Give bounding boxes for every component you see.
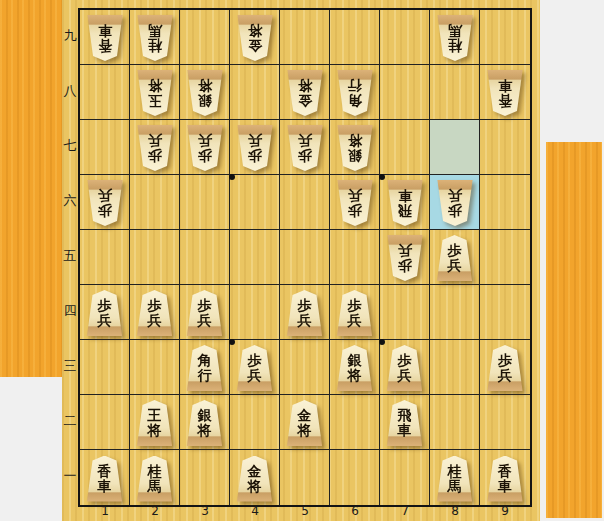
piece-kanji: 香	[498, 464, 512, 479]
piece-face: 桂馬	[135, 456, 175, 502]
piece-kanji: 歩	[298, 148, 312, 163]
board-square[interactable]: 金将	[280, 395, 330, 450]
piece-face: 歩兵	[285, 290, 325, 336]
board-square[interactable]	[480, 285, 530, 340]
piece-kanji: 歩	[148, 298, 162, 313]
piece-kanji: 兵	[148, 313, 162, 328]
piece-knight[interactable]: 桂馬	[435, 15, 475, 61]
board-square[interactable]	[380, 120, 430, 175]
board-square[interactable]	[380, 65, 430, 120]
piece-kanji: 桂	[448, 38, 462, 53]
piece-kanji: 将	[248, 23, 262, 38]
piece-kanji: 兵	[98, 188, 112, 203]
piece-pawn[interactable]: 歩兵	[385, 345, 425, 391]
piece-face: 銀将	[335, 345, 375, 391]
piece-face: 金将	[285, 70, 325, 116]
board-square[interactable]	[330, 10, 380, 65]
board-square[interactable]	[230, 175, 280, 230]
board-square[interactable]: 金将	[230, 450, 280, 505]
board-square[interactable]: 歩兵	[430, 230, 480, 285]
piece-gold[interactable]: 金将	[285, 70, 325, 116]
piece-gold[interactable]: 金将	[235, 456, 275, 502]
piece-kanji: 歩	[248, 148, 262, 163]
piece-face: 歩兵	[385, 345, 425, 391]
file-label: 7	[380, 504, 430, 520]
piece-pawn[interactable]: 歩兵	[185, 290, 225, 336]
piece-face: 玉将	[135, 70, 175, 116]
hoshi-dot	[229, 339, 235, 345]
piece-kanji: 将	[148, 423, 162, 438]
piece-kanji: 歩	[298, 298, 312, 313]
piece-face: 桂馬	[435, 15, 475, 61]
board-square[interactable]	[380, 450, 430, 505]
board-square[interactable]	[180, 230, 230, 285]
piece-face: 桂馬	[435, 456, 475, 502]
board-square[interactable]: 飛車	[380, 175, 430, 230]
piece-kanji: 将	[198, 78, 212, 93]
board-square[interactable]: 角行	[330, 65, 380, 120]
left-wood-panel	[0, 0, 62, 377]
board-square[interactable]: 歩兵	[230, 340, 280, 395]
piece-face: 歩兵	[285, 125, 325, 171]
piece-kanji: 兵	[298, 133, 312, 148]
shogi-app-screen: 九八七六五四三二一 香車桂馬金将桂馬玉将銀将金将角行香車歩兵歩兵歩兵歩兵銀将歩兵…	[0, 0, 604, 521]
piece-kanji: 車	[98, 479, 112, 494]
piece-face: 銀将	[185, 400, 225, 446]
board-square[interactable]	[180, 175, 230, 230]
board-square[interactable]	[80, 395, 130, 450]
piece-kanji: 馬	[148, 23, 162, 38]
piece-pawn[interactable]: 歩兵	[135, 290, 175, 336]
piece-face: 歩兵	[135, 290, 175, 336]
piece-kanji: 行	[198, 368, 212, 383]
board-square[interactable]: 歩兵	[130, 120, 180, 175]
piece-pawn[interactable]: 歩兵	[235, 125, 275, 171]
board-square[interactable]	[80, 230, 130, 285]
piece-face: 飛車	[385, 180, 425, 226]
file-label: 8	[430, 504, 480, 520]
piece-silver[interactable]: 銀将	[335, 125, 375, 171]
board-square[interactable]: 歩兵	[80, 175, 130, 230]
board-square[interactable]: 王将	[130, 395, 180, 450]
piece-kanji: 歩	[248, 353, 262, 368]
shogi-board: 九八七六五四三二一 香車桂馬金将桂馬玉将銀将金将角行香車歩兵歩兵歩兵歩兵銀将歩兵…	[62, 0, 540, 521]
piece-kanji: 歩	[98, 298, 112, 313]
piece-pawn[interactable]: 歩兵	[335, 180, 375, 226]
board-square[interactable]	[330, 395, 380, 450]
hoshi-dot	[229, 174, 235, 180]
board-square[interactable]	[280, 450, 330, 505]
right-wood-panel	[546, 142, 602, 518]
piece-kanji: 馬	[448, 479, 462, 494]
piece-kanji: 飛	[398, 408, 412, 423]
piece-face: 歩兵	[385, 235, 425, 281]
piece-lance[interactable]: 香車	[85, 456, 125, 502]
hoshi-dot	[379, 339, 385, 345]
piece-kanji: 兵	[198, 313, 212, 328]
piece-face: 歩兵	[335, 290, 375, 336]
board-square[interactable]	[280, 10, 330, 65]
piece-rook[interactable]: 飛車	[385, 400, 425, 446]
board-square[interactable]: 歩兵	[180, 285, 230, 340]
board-square[interactable]: 歩兵	[330, 285, 380, 340]
piece-kanji: 銀	[348, 353, 362, 368]
piece-pawn[interactable]: 歩兵	[85, 290, 125, 336]
board-square[interactable]	[430, 120, 480, 175]
board-square[interactable]	[280, 175, 330, 230]
file-label: 4	[230, 504, 280, 520]
piece-kanji: 兵	[398, 368, 412, 383]
piece-knight[interactable]: 桂馬	[135, 456, 175, 502]
file-label: 5	[280, 504, 330, 520]
piece-kanji: 角	[198, 353, 212, 368]
piece-kanji: 王	[148, 408, 162, 423]
piece-pawn[interactable]: 歩兵	[435, 180, 475, 226]
board-square[interactable]: 香車	[480, 450, 530, 505]
piece-kanji: 馬	[148, 479, 162, 494]
piece-face: 歩兵	[85, 290, 125, 336]
piece-face: 金将	[285, 400, 325, 446]
board-square[interactable]: 歩兵	[430, 175, 480, 230]
piece-king[interactable]: 王将	[135, 400, 175, 446]
piece-face: 銀将	[335, 125, 375, 171]
piece-kanji: 将	[348, 368, 362, 383]
piece-kanji: 金	[298, 93, 312, 108]
piece-kanji: 馬	[448, 23, 462, 38]
file-labels: 123456789	[80, 504, 530, 520]
piece-kanji: 将	[248, 479, 262, 494]
piece-kanji: 将	[298, 423, 312, 438]
board-square[interactable]: 銀将	[180, 65, 230, 120]
board-square[interactable]: 歩兵	[480, 340, 530, 395]
board-square[interactable]	[380, 10, 430, 65]
rank-label: 五	[62, 228, 78, 283]
board-square[interactable]: 玉将	[130, 65, 180, 120]
piece-lance[interactable]: 香車	[85, 15, 125, 61]
piece-face: 歩兵	[185, 290, 225, 336]
rank-label: 四	[62, 283, 78, 338]
piece-pawn[interactable]: 歩兵	[485, 345, 525, 391]
board-square[interactable]	[480, 120, 530, 175]
piece-knight[interactable]: 桂馬	[435, 456, 475, 502]
piece-kanji: 兵	[348, 313, 362, 328]
board-square[interactable]	[180, 10, 230, 65]
board-square[interactable]	[230, 230, 280, 285]
piece-kanji: 香	[498, 93, 512, 108]
board-square[interactable]	[430, 395, 480, 450]
board-square[interactable]: 歩兵	[130, 285, 180, 340]
file-label: 1	[80, 504, 130, 520]
board-grid: 香車桂馬金将桂馬玉将銀将金将角行香車歩兵歩兵歩兵歩兵銀将歩兵歩兵飛車歩兵歩兵歩兵…	[78, 8, 532, 507]
board-square[interactable]	[230, 395, 280, 450]
piece-face: 香車	[85, 456, 125, 502]
piece-kanji: 兵	[498, 368, 512, 383]
file-label: 3	[180, 504, 230, 520]
board-square[interactable]	[230, 65, 280, 120]
rank-label: 六	[62, 173, 78, 228]
board-square[interactable]: 歩兵	[380, 230, 430, 285]
board-square[interactable]: 歩兵	[80, 285, 130, 340]
board-square[interactable]: 歩兵	[280, 285, 330, 340]
board-square[interactable]: 歩兵	[230, 120, 280, 175]
piece-kanji: 金	[298, 408, 312, 423]
piece-kanji: 銀	[198, 93, 212, 108]
piece-face: 歩兵	[235, 345, 275, 391]
piece-kanji: 将	[148, 78, 162, 93]
piece-kanji: 香	[98, 38, 112, 53]
file-label: 2	[130, 504, 180, 520]
rank-label: 一	[62, 448, 78, 503]
board-square[interactable]: 金将	[230, 10, 280, 65]
piece-pawn[interactable]: 歩兵	[185, 125, 225, 171]
piece-kanji: 兵	[248, 368, 262, 383]
rank-labels: 九八七六五四三二一	[62, 8, 78, 503]
board-square[interactable]	[130, 175, 180, 230]
piece-face: 歩兵	[85, 180, 125, 226]
board-square[interactable]: 飛車	[380, 395, 430, 450]
rank-label: 三	[62, 338, 78, 393]
piece-kanji: 桂	[148, 38, 162, 53]
piece-face: 香車	[485, 456, 525, 502]
board-square[interactable]	[180, 450, 230, 505]
piece-kanji: 歩	[398, 258, 412, 273]
board-square[interactable]: 桂馬	[130, 10, 180, 65]
piece-pawn[interactable]: 歩兵	[385, 235, 425, 281]
board-square[interactable]	[330, 450, 380, 505]
piece-bishop[interactable]: 角行	[335, 70, 375, 116]
board-square[interactable]	[380, 285, 430, 340]
board-square[interactable]	[480, 175, 530, 230]
board-square[interactable]: 金将	[280, 65, 330, 120]
piece-pawn[interactable]: 歩兵	[335, 290, 375, 336]
piece-pawn[interactable]: 歩兵	[435, 235, 475, 281]
board-square[interactable]	[430, 285, 480, 340]
piece-face: 金将	[235, 456, 275, 502]
piece-kanji: 金	[248, 38, 262, 53]
piece-kanji: 将	[198, 423, 212, 438]
piece-face: 角行	[335, 70, 375, 116]
piece-kanji: 歩	[98, 203, 112, 218]
piece-kanji: 玉	[148, 93, 162, 108]
piece-face: 香車	[485, 70, 525, 116]
piece-pawn[interactable]: 歩兵	[85, 180, 125, 226]
piece-gold[interactable]: 金将	[285, 400, 325, 446]
board-square[interactable]: 香車	[480, 65, 530, 120]
board-square[interactable]	[230, 285, 280, 340]
board-square[interactable]: 香車	[80, 450, 130, 505]
board-square[interactable]	[80, 120, 130, 175]
piece-face: 飛車	[385, 400, 425, 446]
piece-kanji: 兵	[448, 188, 462, 203]
piece-rook[interactable]: 飛車	[385, 180, 425, 226]
piece-kanji: 兵	[98, 313, 112, 328]
piece-kanji: 歩	[348, 298, 362, 313]
board-square[interactable]	[430, 340, 480, 395]
piece-face: 歩兵	[435, 235, 475, 281]
board-square[interactable]	[280, 340, 330, 395]
board-square[interactable]	[430, 65, 480, 120]
rank-label: 二	[62, 393, 78, 448]
piece-lance[interactable]: 香車	[485, 70, 525, 116]
piece-pawn[interactable]: 歩兵	[285, 290, 325, 336]
rank-label: 七	[62, 118, 78, 173]
board-square[interactable]	[130, 230, 180, 285]
rank-label: 九	[62, 8, 78, 63]
board-square[interactable]: 銀将	[330, 340, 380, 395]
board-square[interactable]: 桂馬	[430, 450, 480, 505]
piece-pawn[interactable]: 歩兵	[285, 125, 325, 171]
piece-king[interactable]: 玉将	[135, 70, 175, 116]
piece-kanji: 将	[348, 133, 362, 148]
piece-kanji: 兵	[298, 313, 312, 328]
piece-face: 香車	[85, 15, 125, 61]
piece-kanji: 歩	[498, 353, 512, 368]
piece-kanji: 車	[498, 479, 512, 494]
board-square[interactable]	[280, 230, 330, 285]
file-label: 9	[480, 504, 530, 520]
piece-kanji: 車	[98, 23, 112, 38]
piece-kanji: 桂	[448, 464, 462, 479]
piece-kanji: 兵	[398, 243, 412, 258]
piece-face: 歩兵	[335, 180, 375, 226]
piece-kanji: 歩	[448, 203, 462, 218]
board-square[interactable]	[80, 340, 130, 395]
piece-kanji: 車	[498, 78, 512, 93]
board-square[interactable]	[130, 340, 180, 395]
piece-face: 歩兵	[135, 125, 175, 171]
piece-kanji: 兵	[248, 133, 262, 148]
piece-kanji: 歩	[148, 148, 162, 163]
piece-knight[interactable]: 桂馬	[135, 15, 175, 61]
piece-silver[interactable]: 銀将	[185, 400, 225, 446]
piece-kanji: 歩	[198, 148, 212, 163]
piece-kanji: 銀	[198, 408, 212, 423]
piece-pawn[interactable]: 歩兵	[135, 125, 175, 171]
board-square[interactable]: 歩兵	[380, 340, 430, 395]
board-square[interactable]	[330, 230, 380, 285]
board-square[interactable]	[480, 395, 530, 450]
piece-kanji: 桂	[148, 464, 162, 479]
piece-kanji: 歩	[348, 203, 362, 218]
board-square[interactable]: 銀将	[180, 395, 230, 450]
board-square[interactable]: 桂馬	[430, 10, 480, 65]
piece-face: 金将	[235, 15, 275, 61]
piece-kanji: 香	[98, 464, 112, 479]
piece-face: 桂馬	[135, 15, 175, 61]
board-square[interactable]: 銀将	[330, 120, 380, 175]
piece-face: 歩兵	[235, 125, 275, 171]
piece-kanji: 車	[398, 423, 412, 438]
piece-lance[interactable]: 香車	[485, 456, 525, 502]
board-square[interactable]	[480, 10, 530, 65]
piece-bishop[interactable]: 角行	[185, 345, 225, 391]
piece-kanji: 金	[248, 464, 262, 479]
piece-silver[interactable]: 銀将	[335, 345, 375, 391]
piece-kanji: 車	[398, 188, 412, 203]
piece-kanji: 将	[298, 78, 312, 93]
file-label: 6	[330, 504, 380, 520]
rank-label: 八	[62, 63, 78, 118]
piece-kanji: 兵	[198, 133, 212, 148]
piece-gold[interactable]: 金将	[235, 15, 275, 61]
piece-face: 王将	[135, 400, 175, 446]
board-square[interactable]: 香車	[80, 10, 130, 65]
piece-kanji: 歩	[198, 298, 212, 313]
piece-kanji: 兵	[148, 133, 162, 148]
board-square[interactable]: 歩兵	[180, 120, 230, 175]
board-square[interactable]: 角行	[180, 340, 230, 395]
piece-kanji: 銀	[348, 148, 362, 163]
piece-face: 銀将	[185, 70, 225, 116]
piece-face: 角行	[185, 345, 225, 391]
board-square[interactable]: 桂馬	[130, 450, 180, 505]
board-square[interactable]: 歩兵	[330, 175, 380, 230]
piece-face: 歩兵	[435, 180, 475, 226]
board-square[interactable]	[480, 230, 530, 285]
piece-face: 歩兵	[485, 345, 525, 391]
hoshi-dot	[379, 174, 385, 180]
piece-face: 歩兵	[185, 125, 225, 171]
piece-kanji: 歩	[398, 353, 412, 368]
piece-kanji: 行	[348, 78, 362, 93]
piece-kanji: 角	[348, 93, 362, 108]
piece-kanji: 兵	[348, 188, 362, 203]
piece-kanji: 歩	[448, 243, 462, 258]
board-square[interactable]	[80, 65, 130, 120]
piece-silver[interactable]: 銀将	[185, 70, 225, 116]
piece-kanji: 飛	[398, 203, 412, 218]
piece-kanji: 兵	[448, 258, 462, 273]
board-square[interactable]: 歩兵	[280, 120, 330, 175]
piece-pawn[interactable]: 歩兵	[235, 345, 275, 391]
